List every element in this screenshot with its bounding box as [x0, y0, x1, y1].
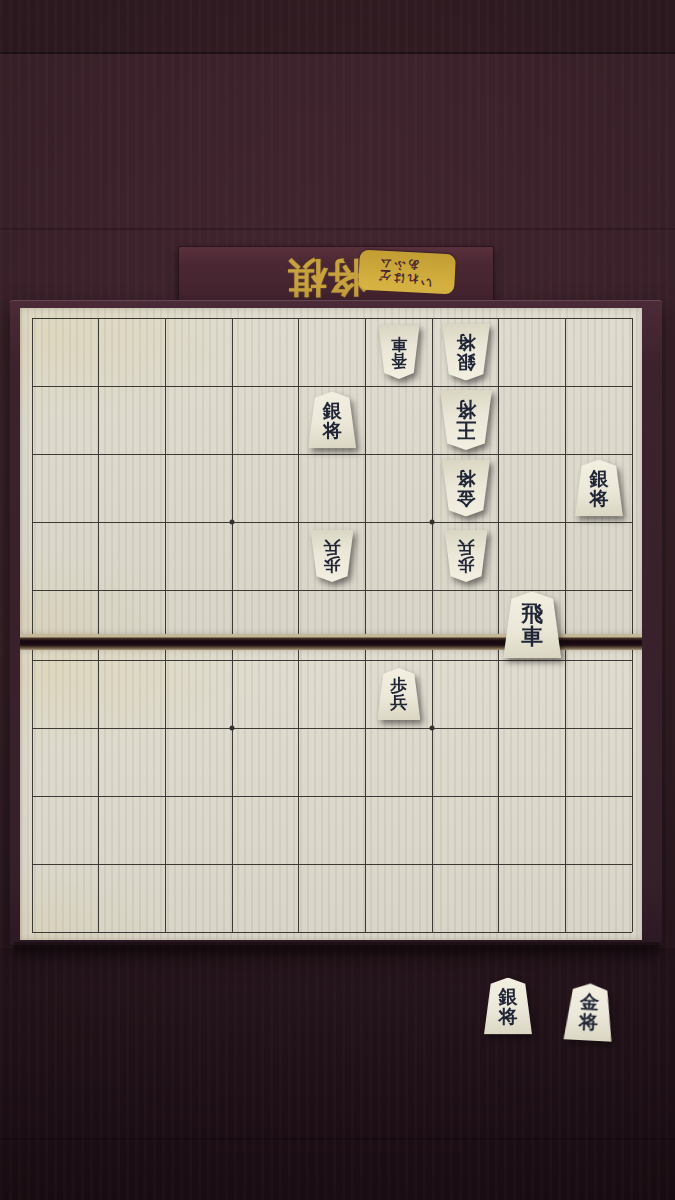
grid-line [298, 650, 299, 932]
piece-face: 金将 [564, 982, 615, 1041]
piece-face: 歩兵 [311, 530, 354, 582]
shogi-piece-gote-silver[interactable]: 銀将 [442, 324, 490, 381]
shogi-piece-gote-lance[interactable]: 香車 [378, 325, 419, 379]
shogi-piece-gote-pawn[interactable]: 歩兵 [444, 530, 487, 582]
piece-kanji: 王 [456, 420, 476, 440]
piece-kanji: 香 [391, 352, 407, 368]
board-shadow [14, 942, 660, 958]
piece-kanji: 将 [589, 488, 608, 507]
grid-line [232, 650, 233, 932]
shogi-piece-gote-pawn[interactable]: 歩兵 [311, 530, 354, 582]
box-gold-label: ゲームはふれあい [358, 250, 456, 295]
piece-face: 王将 [440, 390, 492, 450]
piece-face: 銀将 [442, 324, 490, 381]
grid-line [365, 318, 366, 634]
board-upper-half[interactable] [20, 308, 642, 634]
piece-kanji: 兵 [457, 539, 474, 556]
photo-scene: 将棋 ゲームはふれあい 香車銀将銀将王将金将銀将歩兵歩兵飛車歩兵銀将金将 [0, 0, 675, 1200]
grid-line [32, 590, 632, 591]
grid-line [632, 650, 633, 932]
shogi-piece-sente-silver[interactable]: 銀将 [308, 392, 356, 449]
grid-line [98, 318, 99, 634]
grid-line [32, 386, 632, 387]
shogi-piece-sente-gold[interactable]: 金将 [564, 982, 615, 1041]
piece-face: 金将 [442, 460, 490, 517]
grid-line [98, 650, 99, 932]
piece-kanji: 車 [521, 625, 543, 647]
star-point [430, 520, 435, 525]
piece-kanji: 銀 [323, 401, 342, 420]
star-point [430, 726, 435, 731]
grid-line [32, 932, 632, 933]
piece-kanji: 銀 [499, 987, 518, 1006]
piece-kanji: 車 [391, 336, 407, 352]
piece-kanji: 金 [456, 488, 475, 507]
shogi-piece-sente-silver[interactable]: 銀将 [575, 460, 623, 517]
piece-kanji: 歩 [324, 556, 341, 573]
shogi-piece-sente-silver[interactable]: 銀将 [484, 978, 532, 1035]
board-lower-half[interactable] [20, 650, 642, 940]
piece-face: 歩兵 [377, 668, 420, 720]
grid-line [365, 650, 366, 932]
grid-line [232, 318, 233, 634]
piece-kanji: 将 [456, 400, 476, 420]
grid-line [632, 318, 633, 634]
grid-line [32, 650, 33, 932]
star-point [230, 726, 235, 731]
piece-kanji: 兵 [324, 539, 341, 556]
box-label-text: ゲームはふれあい [378, 251, 435, 294]
piece-face: 飛車 [503, 592, 561, 659]
piece-kanji: 銀 [589, 469, 608, 488]
grid-line [165, 318, 166, 634]
piece-kanji: 将 [323, 420, 342, 439]
grid-line [32, 318, 632, 319]
grid-line [32, 796, 632, 797]
grid-line [298, 318, 299, 634]
piece-face: 銀将 [484, 978, 532, 1035]
shogi-piece-sente-rook[interactable]: 飛車 [503, 592, 561, 659]
grid-line [32, 728, 632, 729]
wood-plank-band [0, 0, 675, 54]
piece-kanji: 将 [456, 333, 475, 352]
grid-line [32, 864, 632, 865]
piece-face: 香車 [378, 325, 419, 379]
grid-line [498, 318, 499, 634]
grid-line [32, 660, 632, 661]
piece-face: 銀将 [308, 392, 356, 449]
piece-kanji: 将 [578, 1012, 598, 1032]
piece-kanji: 将 [499, 1006, 518, 1025]
shogi-piece-gote-king[interactable]: 王将 [440, 390, 492, 450]
piece-kanji: 歩 [457, 556, 474, 573]
piece-kanji: 兵 [390, 694, 407, 711]
grid-line [565, 318, 566, 634]
star-point [230, 520, 235, 525]
shogi-piece-sente-pawn[interactable]: 歩兵 [377, 668, 420, 720]
piece-kanji: 飛 [521, 603, 543, 625]
piece-face: 歩兵 [444, 530, 487, 582]
grid-line [432, 650, 433, 932]
grid-line [432, 318, 433, 634]
grid-line [32, 318, 33, 634]
piece-kanji: 将 [456, 469, 475, 488]
grid-line [32, 454, 632, 455]
grid-line [498, 650, 499, 932]
grid-line [565, 650, 566, 932]
piece-kanji: 銀 [456, 352, 475, 371]
box-title-kanji: 将棋 [197, 253, 367, 303]
shogi-piece-gote-gold[interactable]: 金将 [442, 460, 490, 517]
piece-face: 銀将 [575, 460, 623, 517]
grid-line [165, 650, 166, 932]
wood-plank-seam [0, 228, 675, 230]
wood-plank-seam [0, 1138, 675, 1140]
grid-line [32, 522, 632, 523]
